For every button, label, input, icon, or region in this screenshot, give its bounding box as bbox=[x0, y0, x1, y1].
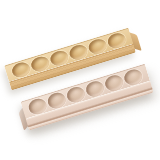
board-photo-canvas bbox=[0, 0, 160, 160]
